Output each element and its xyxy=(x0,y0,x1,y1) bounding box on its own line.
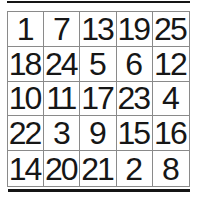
cell-r4c4: 8 xyxy=(153,151,189,186)
cell-r3c0: 22 xyxy=(8,116,44,151)
bottom-frame-line xyxy=(8,189,190,192)
cell-r2c3: 23 xyxy=(117,82,153,117)
cell-r2c1: 11 xyxy=(44,82,80,117)
cell-r4c0: 14 xyxy=(8,151,44,186)
cell-r3c1: 3 xyxy=(44,116,80,151)
magic-square-grid: 1 7 13 19 25 18 24 5 6 12 10 11 17 23 4 … xyxy=(7,11,190,187)
magic-square-figure: 1 7 13 19 25 18 24 5 6 12 10 11 17 23 4 … xyxy=(0,0,200,200)
cell-r1c2: 5 xyxy=(80,47,116,82)
cell-r0c2: 13 xyxy=(80,12,116,47)
cell-r4c2: 21 xyxy=(80,151,116,186)
cell-r0c4: 25 xyxy=(153,12,189,47)
cell-r4c1: 20 xyxy=(44,151,80,186)
cell-r4c3: 2 xyxy=(117,151,153,186)
cell-r2c4: 4 xyxy=(153,82,189,117)
cell-r0c1: 7 xyxy=(44,12,80,47)
cell-r1c0: 18 xyxy=(8,47,44,82)
cell-r3c3: 15 xyxy=(117,116,153,151)
cell-r2c2: 17 xyxy=(80,82,116,117)
cell-r1c3: 6 xyxy=(117,47,153,82)
cell-r2c0: 10 xyxy=(8,82,44,117)
top-frame-line xyxy=(7,1,190,3)
cell-r0c3: 19 xyxy=(117,12,153,47)
cell-r3c2: 9 xyxy=(80,116,116,151)
cell-r1c1: 24 xyxy=(44,47,80,82)
cell-r1c4: 12 xyxy=(153,47,189,82)
cell-r0c0: 1 xyxy=(8,12,44,47)
cell-r3c4: 16 xyxy=(153,116,189,151)
